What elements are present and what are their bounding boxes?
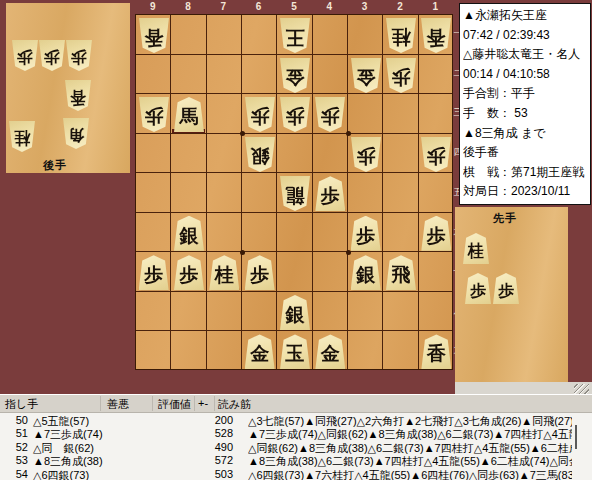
piece-sente-桂-77: 桂 xyxy=(209,255,239,290)
app-window: 後手 歩歩歩香桂角 987654321 香王桂香金金歩歩馬歩歩歩銀歩歩龍歩銀歩歩… xyxy=(0,0,592,480)
piece-sente-玉-59: 玉 xyxy=(280,334,310,369)
piece-gote-龍-55: 龍 xyxy=(280,176,310,211)
piece-sente-金-69: 金 xyxy=(245,334,275,369)
move-number: 54 xyxy=(6,468,28,480)
file-label-1: 1 xyxy=(418,0,453,13)
piece-sente-銀-37: 銀 xyxy=(351,255,381,290)
info-line-9: 棋 戦：第71期王座戦 xyxy=(463,163,587,183)
eval-value: 200 xyxy=(195,414,233,426)
eval-value: 503 xyxy=(195,468,233,480)
piece-gote-王-51: 王 xyxy=(280,18,310,53)
piece-sente-歩-87: 歩 xyxy=(174,255,204,290)
move-number: 52 xyxy=(6,441,28,453)
info-line-7: ▲8三角成 まで xyxy=(463,124,587,144)
piece-sente-歩-97: 歩 xyxy=(139,255,169,290)
file-label-7: 7 xyxy=(206,0,241,13)
piece-gote-香-11: 香 xyxy=(421,18,451,53)
piece-sente-馬-83: 馬 xyxy=(174,97,204,132)
sente-hand-piece-歩: 歩 xyxy=(465,273,491,304)
file-label-2: 2 xyxy=(382,0,417,13)
info-line-8: 後手番 xyxy=(463,143,587,163)
piece-gote-歩-93: 歩 xyxy=(139,97,169,132)
game-info-panel: ▲永瀬拓矢王座07:42 / 02:39:43△藤井聡太竜王・名人00:14 /… xyxy=(459,3,591,205)
gote-hand-piece-桂: 桂 xyxy=(9,121,35,152)
header-pv: 読み筋 xyxy=(218,397,251,412)
info-line-5: 手合割：平手 xyxy=(463,84,587,104)
file-labels: 987654321 xyxy=(135,0,453,13)
piece-sente-歩-36: 歩 xyxy=(351,216,381,251)
info-line-1: ▲永瀬拓矢王座 xyxy=(463,6,587,26)
shogi-board: 香王桂香金金歩歩馬歩歩歩銀歩歩龍歩銀歩歩歩歩桂歩銀飛銀金玉金香 xyxy=(135,14,453,370)
piece-gote-歩-43: 歩 xyxy=(315,97,345,132)
eval-value: 528 xyxy=(195,427,233,439)
sente-hand-panel: 先手 桂歩歩 xyxy=(455,207,568,383)
gote-hand-piece-歩: 歩 xyxy=(12,40,38,71)
header-judge: 善悪 xyxy=(107,397,129,412)
gote-hand-piece-香: 香 xyxy=(65,80,91,111)
move-list-scrollbar[interactable] xyxy=(575,425,577,449)
piece-gote-歩-14: 歩 xyxy=(421,137,451,172)
piece-sente-銀-58: 銀 xyxy=(280,295,310,330)
piece-gote-歩-22: 歩 xyxy=(386,58,416,93)
piece-gote-桂-21: 桂 xyxy=(386,18,416,53)
piece-sente-歩-16: 歩 xyxy=(421,216,451,251)
move-text: △6四銀(73) xyxy=(33,468,89,480)
info-line-3: △藤井聡太竜王・名人 xyxy=(463,45,587,65)
gote-hand-label: 後手 xyxy=(43,158,67,173)
move-row-53[interactable]: 53▲8三角成(38)572▲8三角成(38)△6二銀(73)▲7四桂打△4五龍… xyxy=(0,454,592,467)
move-row-54[interactable]: 54△6四銀(73)503△6四銀(73)▲7六桂打△4五龍(55)▲6四桂(7… xyxy=(0,468,592,480)
file-label-3: 3 xyxy=(347,0,382,13)
info-line-6: 手 数： 53 xyxy=(463,104,587,124)
move-row-51[interactable]: 51▲7三歩成(74)528▲7三歩成(74)△同銀(62)▲8三角成(38)△… xyxy=(0,427,592,440)
piece-gote-歩-34: 歩 xyxy=(351,137,381,172)
piece-sente-歩-45: 歩 xyxy=(315,176,345,211)
header-plusminus: +- xyxy=(198,397,208,409)
info-line-10: 対局日：2023/10/11 xyxy=(463,182,587,202)
sente-hand-piece-歩: 歩 xyxy=(493,273,519,304)
sente-hand-label: 先手 xyxy=(493,211,517,226)
move-row-52[interactable]: 52△同 銀(62)490△同銀(62)▲8三角成(38)△6二銀(73)▲7四… xyxy=(0,441,592,454)
move-number: 50 xyxy=(6,414,28,426)
gote-hand-panel: 後手 歩歩歩香桂角 xyxy=(6,3,130,173)
info-line-4: 00:14 / 04:10:58 xyxy=(463,65,587,85)
piece-gote-銀-64: 銀 xyxy=(245,137,275,172)
file-label-5: 5 xyxy=(276,0,311,13)
piece-sente-金-49: 金 xyxy=(315,334,345,369)
pv-line: △6四銀(73)▲7六桂打△4五龍(55)▲6四桂(76)△同歩(63)▲7三馬… xyxy=(248,468,572,480)
move-number: 53 xyxy=(6,454,28,466)
move-list-header: 指し手 善悪 評価値 +- 読み筋 xyxy=(0,395,592,413)
sente-hand-piece-桂: 桂 xyxy=(463,233,489,264)
piece-gote-歩-63: 歩 xyxy=(245,97,275,132)
eval-value: 490 xyxy=(195,441,233,453)
move-list-panel: 指し手 善悪 評価値 +- 読み筋 50△5五龍(57)200△3七龍(57)▲… xyxy=(0,394,592,480)
piece-sente-飛-27: 飛 xyxy=(386,255,416,290)
info-line-2: 07:42 / 02:39:43 xyxy=(463,26,587,46)
move-row-50[interactable]: 50△5五龍(57)200△3七龍(57)▲同飛(27)△2六角打▲2七飛打△3… xyxy=(0,414,592,427)
piece-sente-歩-67: 歩 xyxy=(245,255,275,290)
piece-gote-金-32: 金 xyxy=(351,58,381,93)
gote-hand-piece-歩: 歩 xyxy=(39,40,65,71)
star-point xyxy=(240,131,245,136)
star-point xyxy=(346,250,351,255)
star-point xyxy=(346,131,351,136)
piece-sente-銀-86: 銀 xyxy=(174,216,204,251)
piece-gote-金-52: 金 xyxy=(280,58,310,93)
gote-hand-piece-角: 角 xyxy=(63,118,89,149)
file-label-6: 6 xyxy=(241,0,276,13)
header-eval: 評価値 xyxy=(158,397,191,412)
file-label-8: 8 xyxy=(170,0,205,13)
eval-value: 572 xyxy=(195,454,233,466)
star-point xyxy=(240,250,245,255)
file-label-9: 9 xyxy=(135,0,170,13)
move-number: 51 xyxy=(6,427,28,439)
piece-gote-香-91: 香 xyxy=(139,18,169,53)
piece-sente-香-19: 香 xyxy=(421,334,451,369)
file-label-4: 4 xyxy=(312,0,347,13)
gote-hand-piece-歩: 歩 xyxy=(66,40,92,71)
header-move: 指し手 xyxy=(5,397,38,412)
piece-gote-歩-53: 歩 xyxy=(280,97,310,132)
